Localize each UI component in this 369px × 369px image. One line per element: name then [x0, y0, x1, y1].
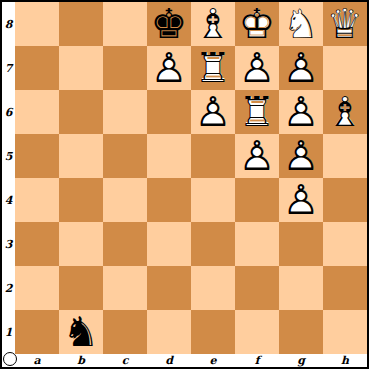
black-king-glyph: ♚ [147, 2, 191, 46]
square-f1[interactable] [235, 310, 279, 354]
white-bishop-glyph: ♗ [191, 2, 235, 46]
square-e5[interactable] [191, 134, 235, 178]
white-pawn-glyph: ♙ [279, 46, 323, 90]
white-rook[interactable]: ♜♖ [235, 90, 279, 134]
square-e7[interactable]: ♜♖ [191, 46, 235, 90]
square-h6[interactable]: ♝♗ [323, 90, 367, 134]
white-pawn-glyph: ♙ [279, 90, 323, 134]
file-label-d: d [147, 354, 191, 367]
square-e4[interactable] [191, 178, 235, 222]
square-f7[interactable]: ♟♙ [235, 46, 279, 90]
white-king-glyph: ♔ [235, 2, 279, 46]
file-label-c: c [103, 354, 147, 367]
side-to-move-indicator [3, 352, 17, 366]
square-b8[interactable] [59, 2, 103, 46]
square-a2[interactable] [15, 266, 59, 310]
square-a6[interactable] [15, 90, 59, 134]
square-d4[interactable] [147, 178, 191, 222]
white-pawn[interactable]: ♟♙ [279, 134, 323, 178]
square-e1[interactable] [191, 310, 235, 354]
rank-label-6: 6 [2, 90, 15, 134]
square-b5[interactable] [59, 134, 103, 178]
white-pawn-glyph: ♙ [191, 90, 235, 134]
square-a4[interactable] [15, 178, 59, 222]
rank-label-2: 2 [2, 266, 15, 310]
white-pawn[interactable]: ♟♙ [235, 46, 279, 90]
square-h7[interactable] [323, 46, 367, 90]
white-pawn[interactable]: ♟♙ [279, 90, 323, 134]
square-f4[interactable] [235, 178, 279, 222]
black-knight[interactable]: ♞ [59, 310, 103, 354]
square-h4[interactable] [323, 178, 367, 222]
file-label-a: a [15, 354, 59, 367]
square-a1[interactable] [15, 310, 59, 354]
square-f8[interactable]: ♚♔ [235, 2, 279, 46]
square-b6[interactable] [59, 90, 103, 134]
square-f5[interactable]: ♟♙ [235, 134, 279, 178]
square-a8[interactable] [15, 2, 59, 46]
rank-label-1: 1 [2, 310, 15, 354]
square-e3[interactable] [191, 222, 235, 266]
square-h2[interactable] [323, 266, 367, 310]
white-queen-glyph: ♕ [323, 2, 367, 46]
square-d8[interactable]: ♚ [147, 2, 191, 46]
square-d1[interactable] [147, 310, 191, 354]
rank-label-7: 7 [2, 46, 15, 90]
square-g7[interactable]: ♟♙ [279, 46, 323, 90]
rank-label-8: 8 [2, 2, 15, 46]
square-d6[interactable] [147, 90, 191, 134]
square-a3[interactable] [15, 222, 59, 266]
square-b1[interactable]: ♞ [59, 310, 103, 354]
file-label-f: f [235, 354, 279, 367]
white-pawn[interactable]: ♟♙ [235, 134, 279, 178]
chess-diagram: 87654321 ♚♝♗♚♔♞♘♛♕♟♙♜♖♟♙♟♙♟♙♜♖♟♙♝♗♟♙♟♙♟♙… [0, 0, 369, 369]
square-g3[interactable] [279, 222, 323, 266]
square-h8[interactable]: ♛♕ [323, 2, 367, 46]
white-rook-glyph: ♖ [191, 46, 235, 90]
white-rook[interactable]: ♜♖ [191, 46, 235, 90]
rank-labels: 87654321 [2, 2, 15, 354]
square-f3[interactable] [235, 222, 279, 266]
white-knight-glyph: ♘ [279, 2, 323, 46]
square-c7[interactable] [103, 46, 147, 90]
file-label-h: h [323, 354, 367, 367]
white-pawn-glyph: ♙ [235, 46, 279, 90]
square-g6[interactable]: ♟♙ [279, 90, 323, 134]
square-g1[interactable] [279, 310, 323, 354]
white-pawn-glyph: ♙ [235, 134, 279, 178]
square-h5[interactable] [323, 134, 367, 178]
square-a7[interactable] [15, 46, 59, 90]
square-b3[interactable] [59, 222, 103, 266]
white-pawn[interactable]: ♟♙ [191, 90, 235, 134]
square-d2[interactable] [147, 266, 191, 310]
square-c3[interactable] [103, 222, 147, 266]
square-c2[interactable] [103, 266, 147, 310]
square-g4[interactable]: ♟♙ [279, 178, 323, 222]
square-b4[interactable] [59, 178, 103, 222]
white-knight[interactable]: ♞♘ [279, 2, 323, 46]
rank-label-5: 5 [2, 134, 15, 178]
square-e8[interactable]: ♝♗ [191, 2, 235, 46]
square-c5[interactable] [103, 134, 147, 178]
square-c8[interactable] [103, 2, 147, 46]
square-c1[interactable] [103, 310, 147, 354]
square-h3[interactable] [323, 222, 367, 266]
chess-board: ♚♝♗♚♔♞♘♛♕♟♙♜♖♟♙♟♙♟♙♜♖♟♙♝♗♟♙♟♙♟♙♞ [15, 2, 367, 354]
square-g2[interactable] [279, 266, 323, 310]
rank-label-3: 3 [2, 222, 15, 266]
square-b2[interactable] [59, 266, 103, 310]
square-a5[interactable] [15, 134, 59, 178]
white-pawn[interactable]: ♟♙ [279, 46, 323, 90]
file-label-e: e [191, 354, 235, 367]
square-e6[interactable]: ♟♙ [191, 90, 235, 134]
square-b7[interactable] [59, 46, 103, 90]
file-label-g: g [279, 354, 323, 367]
white-queen[interactable]: ♛♕ [323, 2, 367, 46]
white-bishop-glyph: ♗ [323, 90, 367, 134]
white-king[interactable]: ♚♔ [235, 2, 279, 46]
black-king[interactable]: ♚ [147, 2, 191, 46]
square-d7[interactable]: ♟♙ [147, 46, 191, 90]
white-pawn-glyph: ♙ [279, 178, 323, 222]
white-rook-glyph: ♖ [235, 90, 279, 134]
square-c6[interactable] [103, 90, 147, 134]
square-f2[interactable] [235, 266, 279, 310]
rank-label-4: 4 [2, 178, 15, 222]
square-e2[interactable] [191, 266, 235, 310]
white-pawn[interactable]: ♟♙ [147, 46, 191, 90]
square-d5[interactable] [147, 134, 191, 178]
square-h1[interactable] [323, 310, 367, 354]
black-knight-glyph: ♞ [59, 310, 103, 354]
square-g5[interactable]: ♟♙ [279, 134, 323, 178]
white-pawn-glyph: ♙ [147, 46, 191, 90]
white-bishop[interactable]: ♝♗ [191, 2, 235, 46]
white-bishop[interactable]: ♝♗ [323, 90, 367, 134]
square-c4[interactable] [103, 178, 147, 222]
square-d3[interactable] [147, 222, 191, 266]
white-pawn[interactable]: ♟♙ [279, 178, 323, 222]
square-g8[interactable]: ♞♘ [279, 2, 323, 46]
square-f6[interactable]: ♜♖ [235, 90, 279, 134]
white-pawn-glyph: ♙ [279, 134, 323, 178]
